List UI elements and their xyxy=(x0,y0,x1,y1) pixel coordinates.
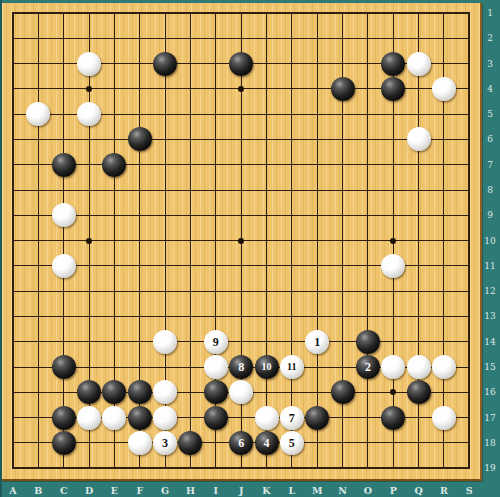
column-label-M: M xyxy=(312,485,323,496)
column-label-P: P xyxy=(390,485,397,496)
row-label-1: 1 xyxy=(487,8,493,18)
column-label-I: I xyxy=(214,485,218,496)
column-label-G: G xyxy=(161,485,169,496)
row-label-2: 2 xyxy=(487,33,493,43)
go-board-frame: 9181011273645 12345678910111213141516171… xyxy=(0,0,500,497)
row-label-15: 15 xyxy=(484,362,495,372)
row-label-3: 3 xyxy=(487,59,493,69)
column-label-E: E xyxy=(111,485,118,496)
row-label-16: 16 xyxy=(484,387,495,397)
row-label-6: 6 xyxy=(487,134,493,144)
row-label-9: 9 xyxy=(487,210,493,220)
go-board xyxy=(2,3,482,481)
column-label-F: F xyxy=(136,485,143,496)
column-label-O: O xyxy=(364,485,372,496)
column-label-L: L xyxy=(289,485,296,496)
row-label-4: 4 xyxy=(487,84,493,94)
row-label-13: 13 xyxy=(484,311,495,321)
row-label-7: 7 xyxy=(487,160,493,170)
row-label-10: 10 xyxy=(484,236,495,246)
column-label-S: S xyxy=(466,485,473,496)
row-label-17: 17 xyxy=(484,413,495,423)
row-label-19: 19 xyxy=(484,463,495,473)
row-label-5: 5 xyxy=(487,109,493,119)
column-label-H: H xyxy=(186,485,195,496)
column-label-C: C xyxy=(60,485,68,496)
column-label-R: R xyxy=(440,485,448,496)
row-label-8: 8 xyxy=(487,185,493,195)
column-label-B: B xyxy=(34,485,42,496)
row-label-14: 14 xyxy=(484,337,495,347)
column-label-K: K xyxy=(262,485,270,496)
row-label-12: 12 xyxy=(484,286,495,296)
column-label-N: N xyxy=(338,485,347,496)
row-label-18: 18 xyxy=(484,438,495,448)
column-label-D: D xyxy=(85,485,93,496)
column-label-J: J xyxy=(239,485,244,496)
column-label-A: A xyxy=(9,485,16,496)
row-label-11: 11 xyxy=(484,261,495,271)
column-label-Q: Q xyxy=(414,485,422,496)
